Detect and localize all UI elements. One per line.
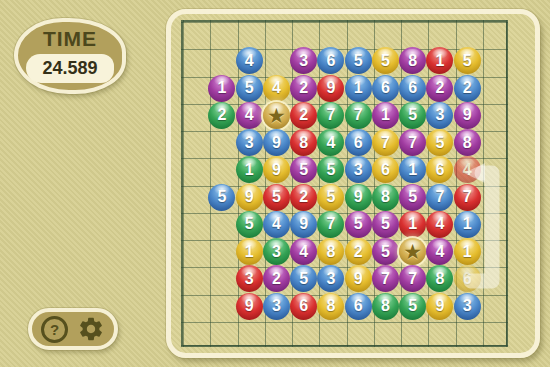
ball-number: 6 bbox=[435, 161, 444, 179]
ball-number: 2 bbox=[463, 79, 472, 97]
ball-number: 6 bbox=[381, 79, 390, 97]
ball-b9[interactable]: 9 bbox=[263, 129, 290, 156]
ball-p5[interactable]: 5 bbox=[399, 184, 426, 211]
ball-number: 8 bbox=[435, 270, 444, 288]
ball-b3[interactable]: 3 bbox=[263, 293, 290, 320]
time-label: TIME bbox=[18, 27, 122, 51]
ball-number: 4 bbox=[272, 215, 281, 233]
ball-number: 5 bbox=[326, 161, 335, 179]
ball-y5[interactable]: 5 bbox=[317, 184, 344, 211]
ball-y9[interactable]: 9 bbox=[345, 265, 372, 292]
ball-number: 9 bbox=[354, 270, 363, 288]
ball-y5[interactable]: 5 bbox=[372, 47, 399, 74]
ball-p7[interactable]: 7 bbox=[399, 129, 426, 156]
ball-number: 7 bbox=[326, 106, 335, 124]
ball-number: 3 bbox=[435, 106, 444, 124]
ball-number: 8 bbox=[381, 188, 390, 206]
ball-y2[interactable]: 2 bbox=[345, 238, 372, 265]
ball-g4[interactable]: 4 bbox=[317, 129, 344, 156]
ball-number: 8 bbox=[408, 52, 417, 70]
ball-number: 1 bbox=[463, 215, 472, 233]
ball-number: 5 bbox=[245, 215, 254, 233]
ball-b1[interactable]: 1 bbox=[399, 156, 426, 183]
ball-g5[interactable]: 5 bbox=[399, 293, 426, 320]
ball-number: 9 bbox=[272, 134, 281, 152]
ball-number: 4 bbox=[299, 243, 308, 261]
ball-p5[interactable]: 5 bbox=[345, 211, 372, 238]
ball-number: 1 bbox=[408, 215, 417, 233]
ball-p8[interactable]: 8 bbox=[399, 47, 426, 74]
ball-y5[interactable]: 5 bbox=[454, 47, 481, 74]
ball-number: 8 bbox=[326, 297, 335, 315]
ball-number: 8 bbox=[381, 297, 390, 315]
ball-number: 5 bbox=[381, 52, 390, 70]
ball-number: 5 bbox=[245, 79, 254, 97]
ball-y9[interactable]: 9 bbox=[426, 293, 453, 320]
ball-number: 3 bbox=[245, 270, 254, 288]
ball-y6[interactable]: 6 bbox=[426, 156, 453, 183]
ball-number: 9 bbox=[272, 161, 281, 179]
ball-number: 1 bbox=[408, 161, 417, 179]
ball-number: 9 bbox=[299, 215, 308, 233]
ball-g9[interactable]: 9 bbox=[345, 184, 372, 211]
ball-number: 5 bbox=[408, 106, 417, 124]
ball-g8[interactable]: 8 bbox=[372, 293, 399, 320]
ball-number: 8 bbox=[299, 134, 308, 152]
star-ball[interactable]: ★ bbox=[263, 102, 290, 129]
ball-number: 6 bbox=[463, 270, 472, 288]
ball-number: 5 bbox=[354, 52, 363, 70]
ball-p2[interactable]: 2 bbox=[263, 265, 290, 292]
game-screen: TIME 24.589 43655815154291662224★2771539… bbox=[0, 0, 550, 367]
ball-number: 3 bbox=[245, 134, 254, 152]
ball-b1[interactable]: 1 bbox=[454, 211, 481, 238]
ball-r4[interactable]: 4 bbox=[426, 211, 453, 238]
ball-number: 7 bbox=[381, 134, 390, 152]
ball-number: 4 bbox=[435, 243, 444, 261]
ball-number: 6 bbox=[381, 161, 390, 179]
settings-button[interactable] bbox=[77, 315, 105, 343]
ball-b5[interactable]: 5 bbox=[345, 47, 372, 74]
ball-r7[interactable]: 7 bbox=[454, 184, 481, 211]
ball-number: 2 bbox=[272, 270, 281, 288]
ball-number: 3 bbox=[463, 297, 472, 315]
ball-number: 1 bbox=[217, 79, 226, 97]
ball-p4[interactable]: 4 bbox=[426, 238, 453, 265]
ball-r1[interactable]: 1 bbox=[426, 47, 453, 74]
ball-g7[interactable]: 7 bbox=[317, 211, 344, 238]
ball-number: 3 bbox=[326, 270, 335, 288]
ball-number: 6 bbox=[354, 297, 363, 315]
ball-p4[interactable]: 4 bbox=[236, 102, 263, 129]
ball-number: 1 bbox=[463, 243, 472, 261]
ball-number: 5 bbox=[326, 188, 335, 206]
ball-number: 1 bbox=[381, 106, 390, 124]
ghost-ball-r4: 4 bbox=[454, 156, 481, 183]
ball-b6[interactable]: 6 bbox=[399, 75, 426, 102]
ball-p2[interactable]: 2 bbox=[426, 75, 453, 102]
ball-p5[interactable]: 5 bbox=[372, 238, 399, 265]
ball-number: 7 bbox=[408, 270, 417, 288]
ball-y1[interactable]: 1 bbox=[454, 238, 481, 265]
ball-y8[interactable]: 8 bbox=[317, 238, 344, 265]
ball-number: 4 bbox=[245, 52, 254, 70]
ball-g8[interactable]: 8 bbox=[372, 184, 399, 211]
ball-p9[interactable]: 9 bbox=[454, 102, 481, 129]
ball-b2[interactable]: 2 bbox=[454, 75, 481, 102]
ball-b6[interactable]: 6 bbox=[372, 75, 399, 102]
ball-number: 5 bbox=[381, 215, 390, 233]
ball-number: 5 bbox=[408, 297, 417, 315]
ball-number: 4 bbox=[245, 106, 254, 124]
ball-p5[interactable]: 5 bbox=[290, 156, 317, 183]
ball-p2[interactable]: 2 bbox=[290, 75, 317, 102]
ball-g1[interactable]: 1 bbox=[236, 156, 263, 183]
ball-r3[interactable]: 3 bbox=[236, 265, 263, 292]
ball-number: 3 bbox=[272, 297, 281, 315]
ball-g5[interactable]: 5 bbox=[236, 211, 263, 238]
ball-r1[interactable]: 1 bbox=[399, 211, 426, 238]
star-ball[interactable]: ★ bbox=[399, 238, 426, 265]
ball-number: 7 bbox=[326, 215, 335, 233]
ball-y1[interactable]: 1 bbox=[236, 238, 263, 265]
ball-number: 5 bbox=[354, 215, 363, 233]
ball-number: 2 bbox=[299, 79, 308, 97]
ball-number: 3 bbox=[354, 161, 363, 179]
ball-p1[interactable]: 1 bbox=[208, 75, 235, 102]
ball-number: 3 bbox=[299, 52, 308, 70]
ball-number: 4 bbox=[463, 161, 472, 179]
ball-number: 7 bbox=[354, 106, 363, 124]
ball-g2[interactable]: 2 bbox=[208, 102, 235, 129]
ball-number: 9 bbox=[326, 79, 335, 97]
hud-buttons-panel: ? bbox=[28, 308, 118, 350]
ball-g5[interactable]: 5 bbox=[399, 102, 426, 129]
ball-p8[interactable]: 8 bbox=[454, 129, 481, 156]
ball-r2[interactable]: 2 bbox=[290, 184, 317, 211]
ball-b5[interactable]: 5 bbox=[236, 75, 263, 102]
ball-g5[interactable]: 5 bbox=[317, 156, 344, 183]
ball-r9[interactable]: 9 bbox=[317, 75, 344, 102]
ball-b3[interactable]: 3 bbox=[317, 265, 344, 292]
ball-number: 1 bbox=[354, 79, 363, 97]
ball-number: 9 bbox=[245, 297, 254, 315]
ball-b7[interactable]: 7 bbox=[426, 184, 453, 211]
ball-p5[interactable]: 5 bbox=[372, 211, 399, 238]
ball-b6[interactable]: 6 bbox=[345, 129, 372, 156]
ball-number: 4 bbox=[272, 79, 281, 97]
ball-number: 5 bbox=[435, 134, 444, 152]
ball-number: 4 bbox=[326, 134, 335, 152]
ball-b3[interactable]: 3 bbox=[454, 293, 481, 320]
ball-b3[interactable]: 3 bbox=[236, 129, 263, 156]
ball-b1[interactable]: 1 bbox=[345, 75, 372, 102]
ball-g3[interactable]: 3 bbox=[263, 238, 290, 265]
ball-g7[interactable]: 7 bbox=[345, 102, 372, 129]
ball-number: 6 bbox=[408, 79, 417, 97]
ball-number: 3 bbox=[272, 243, 281, 261]
ball-b4[interactable]: 4 bbox=[263, 211, 290, 238]
ball-number: 7 bbox=[463, 188, 472, 206]
ball-y5[interactable]: 5 bbox=[426, 129, 453, 156]
ball-y4[interactable]: 4 bbox=[263, 75, 290, 102]
ball-b9[interactable]: 9 bbox=[290, 211, 317, 238]
ball-y9[interactable]: 9 bbox=[236, 184, 263, 211]
ball-p3[interactable]: 3 bbox=[290, 47, 317, 74]
ball-y9[interactable]: 9 bbox=[263, 156, 290, 183]
ball-number: 8 bbox=[326, 243, 335, 261]
ball-number: 1 bbox=[435, 52, 444, 70]
ball-b6[interactable]: 6 bbox=[317, 47, 344, 74]
ball-number: 5 bbox=[463, 52, 472, 70]
ball-number: 6 bbox=[354, 134, 363, 152]
ball-g7[interactable]: 7 bbox=[317, 102, 344, 129]
ball-number: 4 bbox=[435, 215, 444, 233]
ball-r2[interactable]: 2 bbox=[290, 102, 317, 129]
ball-number: 5 bbox=[272, 188, 281, 206]
ball-b5[interactable]: 5 bbox=[290, 265, 317, 292]
ball-b3[interactable]: 3 bbox=[345, 156, 372, 183]
ball-p4[interactable]: 4 bbox=[290, 238, 317, 265]
ball-p7[interactable]: 7 bbox=[372, 265, 399, 292]
time-value: 24.589 bbox=[26, 54, 114, 83]
ball-number: 2 bbox=[217, 106, 226, 124]
ball-b4[interactable]: 4 bbox=[236, 47, 263, 74]
ball-number: 9 bbox=[354, 188, 363, 206]
ball-b5[interactable]: 5 bbox=[208, 184, 235, 211]
ball-b6[interactable]: 6 bbox=[345, 293, 372, 320]
ball-number: 2 bbox=[299, 106, 308, 124]
help-button[interactable]: ? bbox=[41, 316, 68, 343]
ball-b3[interactable]: 3 bbox=[426, 102, 453, 129]
ball-number: 1 bbox=[245, 161, 254, 179]
ball-number: 9 bbox=[435, 297, 444, 315]
ball-number: 8 bbox=[463, 134, 472, 152]
ball-number: 2 bbox=[299, 188, 308, 206]
ball-number: 5 bbox=[299, 270, 308, 288]
star-icon: ★ bbox=[267, 105, 286, 126]
ball-p7[interactable]: 7 bbox=[399, 265, 426, 292]
ball-number: 9 bbox=[463, 106, 472, 124]
board-grid: 43655815154291662224★2771539398467758195… bbox=[181, 20, 508, 347]
ball-number: 5 bbox=[217, 188, 226, 206]
ball-number: 7 bbox=[435, 188, 444, 206]
star-icon: ★ bbox=[403, 241, 422, 262]
ball-r9[interactable]: 9 bbox=[236, 293, 263, 320]
ball-number: 2 bbox=[354, 243, 363, 261]
ball-r8[interactable]: 8 bbox=[290, 129, 317, 156]
ball-number: 6 bbox=[299, 297, 308, 315]
ball-y6[interactable]: 6 bbox=[372, 156, 399, 183]
ball-number: 5 bbox=[299, 161, 308, 179]
ball-number: 5 bbox=[381, 243, 390, 261]
ball-y7[interactable]: 7 bbox=[372, 129, 399, 156]
ball-number: 6 bbox=[326, 52, 335, 70]
ball-r5[interactable]: 5 bbox=[263, 184, 290, 211]
ball-number: 9 bbox=[245, 188, 254, 206]
gear-icon bbox=[77, 315, 105, 343]
time-panel: TIME 24.589 bbox=[14, 18, 126, 94]
ball-number: 7 bbox=[381, 270, 390, 288]
ball-number: 2 bbox=[435, 79, 444, 97]
ball-number: 7 bbox=[408, 134, 417, 152]
ball-g8[interactable]: 8 bbox=[426, 265, 453, 292]
ghost-ball-y6: 6 bbox=[454, 265, 481, 292]
ball-number: 5 bbox=[408, 188, 417, 206]
question-icon: ? bbox=[50, 321, 59, 338]
ball-r6[interactable]: 6 bbox=[290, 293, 317, 320]
ball-y8[interactable]: 8 bbox=[317, 293, 344, 320]
ball-p1[interactable]: 1 bbox=[372, 102, 399, 129]
ball-number: 1 bbox=[245, 243, 254, 261]
